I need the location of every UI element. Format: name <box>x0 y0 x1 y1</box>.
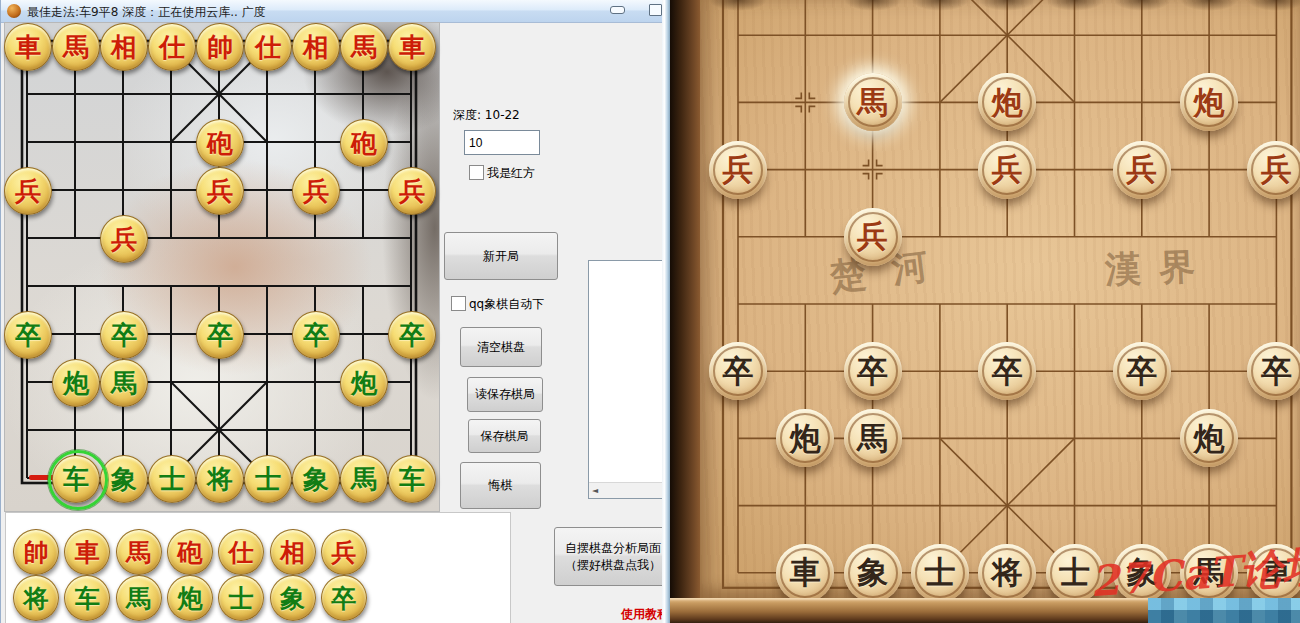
piece-glyph: 車 <box>15 34 41 60</box>
piece-glyph: 士 <box>159 466 185 492</box>
piece-仕[interactable]: 仕 <box>244 23 292 71</box>
window-edge-strip <box>662 0 670 623</box>
piece-glyph: 象 <box>303 466 329 492</box>
piece-馬[interactable]: 馬 <box>116 575 162 621</box>
title-bar[interactable]: 最佳走法:车9平8 深度：正在使用云库.. 广度 <box>1 0 663 23</box>
piece-glyph: 卒 <box>207 322 233 348</box>
piece-glyph: 相 <box>303 34 329 60</box>
piece-glyph: 砲 <box>207 130 233 156</box>
piece-glyph: 馬 <box>351 466 377 492</box>
piece-帥[interactable]: 帥 <box>13 529 59 575</box>
piece-glyph: 卒 <box>857 356 888 387</box>
piece-卒[interactable]: 卒 <box>709 342 767 400</box>
maximize-button[interactable] <box>645 2 663 18</box>
piece-glyph: 兵 <box>857 221 888 252</box>
horizontal-scrollbar[interactable]: ◄ <box>589 482 663 498</box>
piece-glyph: 仕 <box>159 34 185 60</box>
piece-帥[interactable]: 帥 <box>196 23 244 71</box>
piece-glyph: 車 <box>75 540 100 565</box>
piece-glyph: 卒 <box>303 322 329 348</box>
piece-卒[interactable]: 卒 <box>321 575 367 621</box>
piece-glyph: 卒 <box>15 322 41 348</box>
piece-glyph: 兵 <box>331 540 356 565</box>
piece-glyph: 兵 <box>1261 154 1292 185</box>
scroll-left-icon[interactable]: ◄ <box>589 486 598 495</box>
piece-卒[interactable]: 卒 <box>844 342 902 400</box>
piece-glyph: 象 <box>280 586 305 611</box>
piece-卒[interactable]: 卒 <box>4 311 52 359</box>
piece-象[interactable]: 象 <box>844 544 902 602</box>
piece-glyph: 将 <box>207 466 233 492</box>
piece-glyph: 仕 <box>229 540 254 565</box>
piece-glyph: 馬 <box>126 586 151 611</box>
piece-glyph: 将 <box>24 586 49 611</box>
piece-glyph: 馬 <box>351 34 377 60</box>
qq-xiangqi-window[interactable]: 楚河 漢界 27CaT论坛 馬炮炮兵兵兵兵兵卒卒卒卒卒炮馬炮車象士将士象馬車 <box>662 0 1300 623</box>
piece-馬[interactable]: 馬 <box>116 529 162 575</box>
piece-glyph: 车 <box>75 586 100 611</box>
piece-glyph: 帥 <box>24 540 49 565</box>
piece-glyph: 兵 <box>399 178 425 204</box>
screen: 最佳走法:车9平8 深度：正在使用云库.. 广度 車馬相仕帥仕相馬車砲砲兵兵兵兵… <box>0 0 1300 623</box>
window-title: 最佳走法:车9平8 深度：正在使用云库.. 广度 <box>27 4 266 21</box>
piece-glyph: 将 <box>992 557 1023 588</box>
piece-馬[interactable]: 馬 <box>844 73 902 131</box>
piece-卒[interactable]: 卒 <box>1247 342 1300 400</box>
auto-play-label: qq象棋自动下 <box>469 296 544 313</box>
maximize-icon <box>649 4 662 16</box>
piece-兵[interactable]: 兵 <box>4 167 52 215</box>
analysis-board[interactable]: 車馬相仕帥仕相馬車砲砲兵兵兵兵兵卒卒卒卒卒炮馬炮车象士将士象馬车 <box>4 22 440 512</box>
piece-glyph: 炮 <box>992 87 1023 118</box>
piece-炮[interactable]: 炮 <box>167 575 213 621</box>
minimize-button[interactable] <box>607 2 627 18</box>
piece-卒[interactable]: 卒 <box>978 342 1036 400</box>
piece-卒[interactable]: 卒 <box>100 311 148 359</box>
piece-馬[interactable]: 馬 <box>844 409 902 467</box>
analyze-line1: 自摆棋盘分析局面 <box>565 540 661 557</box>
piece-glyph: 仕 <box>255 34 281 60</box>
piece-砲[interactable]: 砲 <box>196 119 244 167</box>
piece-車[interactable]: 車 <box>776 544 834 602</box>
piece-兵[interactable]: 兵 <box>100 215 148 263</box>
piece-glyph: 士 <box>229 586 254 611</box>
piece-将[interactable]: 将 <box>978 544 1036 602</box>
piece-glyph: 兵 <box>303 178 329 204</box>
piece-glyph: 卒 <box>111 322 137 348</box>
piece-仕[interactable]: 仕 <box>148 23 196 71</box>
piece-兵[interactable]: 兵 <box>1113 141 1171 199</box>
depth-input[interactable] <box>464 130 540 155</box>
piece-兵[interactable]: 兵 <box>709 141 767 199</box>
piece-仕[interactable]: 仕 <box>218 529 264 575</box>
analyze-position-button[interactable]: 自摆棋盘分析局面 （摆好棋盘点我） <box>554 527 663 586</box>
piece-车[interactable]: 车 <box>388 455 436 503</box>
piece-glyph: 卒 <box>1261 356 1292 387</box>
piece-glyph: 兵 <box>723 154 754 185</box>
piece-glyph: 象 <box>111 466 137 492</box>
piece-glyph: 相 <box>111 34 137 60</box>
censor-mosaic <box>1148 598 1300 623</box>
analyze-line2: （摆好棋盘点我） <box>565 557 661 574</box>
piece-卒[interactable]: 卒 <box>292 311 340 359</box>
piece-glyph: 炮 <box>1194 423 1225 454</box>
piece-砲[interactable]: 砲 <box>167 529 213 575</box>
piece-炮[interactable]: 炮 <box>340 359 388 407</box>
piece-glyph: 馬 <box>857 423 888 454</box>
piece-馬[interactable]: 馬 <box>52 23 100 71</box>
depth-label: 深度: 10-22 <box>453 107 520 124</box>
piece-炮[interactable]: 炮 <box>52 359 100 407</box>
piece-兵[interactable]: 兵 <box>196 167 244 215</box>
piece-glyph: 士 <box>1059 557 1090 588</box>
board-grid <box>5 23 439 511</box>
piece-象[interactable]: 象 <box>292 455 340 503</box>
piece-相[interactable]: 相 <box>270 529 316 575</box>
board-frame-left <box>670 0 700 623</box>
clear-board-button[interactable]: 清空棋盘 <box>460 327 542 367</box>
piece-glyph: 車 <box>790 557 821 588</box>
piece-glyph: 馬 <box>857 87 888 118</box>
analyzer-window: 最佳走法:车9平8 深度：正在使用云库.. 广度 車馬相仕帥仕相馬車砲砲兵兵兵兵… <box>0 0 663 623</box>
piece-glyph: 相 <box>280 540 305 565</box>
piece-馬[interactable]: 馬 <box>100 359 148 407</box>
piece-glyph: 馬 <box>63 34 89 60</box>
piece-glyph: 馬 <box>111 370 137 396</box>
new-game-button[interactable]: 新开局 <box>444 232 558 280</box>
piece-glyph: 砲 <box>351 130 377 156</box>
piece-砲[interactable]: 砲 <box>340 119 388 167</box>
piece-glyph: 卒 <box>992 356 1023 387</box>
piece-glyph: 士 <box>924 557 955 588</box>
app-icon <box>7 4 21 18</box>
piece-glyph: 馬 <box>126 540 151 565</box>
piece-glyph: 卒 <box>331 586 356 611</box>
piece-glyph: 兵 <box>111 226 137 252</box>
piece-glyph: 炮 <box>1194 87 1225 118</box>
piece-glyph: 卒 <box>399 322 425 348</box>
piece-卒[interactable]: 卒 <box>1113 342 1171 400</box>
red-side-checkbox[interactable] <box>469 165 484 180</box>
auto-play-checkbox[interactable] <box>451 296 466 311</box>
piece-glyph: 炮 <box>63 370 89 396</box>
piece-glyph: 士 <box>255 466 281 492</box>
piece-相[interactable]: 相 <box>100 23 148 71</box>
move-highlight-ring <box>48 450 108 510</box>
piece-兵[interactable]: 兵 <box>844 208 902 266</box>
piece-馬[interactable]: 馬 <box>340 455 388 503</box>
piece-glyph: 炮 <box>351 370 377 396</box>
load-game-button[interactable]: 读保存棋局 <box>467 377 543 412</box>
piece-glyph: 炮 <box>790 423 821 454</box>
piece-相[interactable]: 相 <box>292 23 340 71</box>
piece-卒[interactable]: 卒 <box>196 311 244 359</box>
piece-兵[interactable]: 兵 <box>321 529 367 575</box>
piece-glyph: 兵 <box>15 178 41 204</box>
piece-兵[interactable]: 兵 <box>1247 141 1300 199</box>
piece-glyph: 車 <box>399 34 425 60</box>
piece-车[interactable]: 车 <box>64 575 110 621</box>
piece-palette: 帥車馬砲仕相兵将车馬炮士象卒 <box>5 512 511 623</box>
piece-士[interactable]: 士 <box>148 455 196 503</box>
piece-兵[interactable]: 兵 <box>292 167 340 215</box>
piece-兵[interactable]: 兵 <box>388 167 436 215</box>
piece-glyph: 卒 <box>1126 356 1157 387</box>
save-game-button[interactable]: 保存棋局 <box>468 419 541 453</box>
tutorial-link[interactable]: 使用教程 <box>621 606 663 623</box>
undo-button[interactable]: 悔棋 <box>460 462 541 509</box>
piece-glyph: 炮 <box>177 586 202 611</box>
piece-将[interactable]: 将 <box>13 575 59 621</box>
piece-車[interactable]: 車 <box>4 23 52 71</box>
piece-glyph: 卒 <box>723 356 754 387</box>
piece-象[interactable]: 象 <box>270 575 316 621</box>
piece-士[interactable]: 士 <box>218 575 264 621</box>
piece-将[interactable]: 将 <box>196 455 244 503</box>
piece-兵[interactable]: 兵 <box>978 141 1036 199</box>
red-side-label: 我是红方 <box>487 165 535 182</box>
piece-glyph: 兵 <box>1126 154 1157 185</box>
piece-glyph: 兵 <box>207 178 233 204</box>
piece-glyph: 砲 <box>177 540 202 565</box>
piece-車[interactable]: 車 <box>388 23 436 71</box>
piece-車[interactable]: 車 <box>64 529 110 575</box>
piece-glyph: 象 <box>857 557 888 588</box>
river-label-right: 漢界 <box>1104 242 1214 295</box>
piece-士[interactable]: 士 <box>911 544 969 602</box>
piece-馬[interactable]: 馬 <box>340 23 388 71</box>
piece-卒[interactable]: 卒 <box>388 311 436 359</box>
piece-士[interactable]: 士 <box>244 455 292 503</box>
piece-glyph: 车 <box>399 466 425 492</box>
move-list[interactable]: ◄ <box>588 260 663 499</box>
piece-glyph: 兵 <box>992 154 1023 185</box>
minimize-icon <box>610 6 625 14</box>
piece-glyph: 帥 <box>207 34 233 60</box>
